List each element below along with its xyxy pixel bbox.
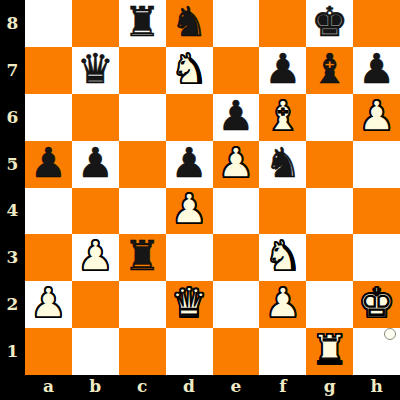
file-label-b: b: [72, 375, 119, 400]
square-g1[interactable]: ♜: [306, 328, 353, 375]
file-labels: abcdefgh: [25, 375, 400, 400]
square-a8[interactable]: [25, 0, 72, 47]
square-a1[interactable]: [25, 328, 72, 375]
square-e5[interactable]: ♟: [213, 141, 260, 188]
piece-wN-f3[interactable]: ♞: [264, 236, 301, 277]
square-h2[interactable]: ♚: [353, 281, 400, 328]
square-g2[interactable]: [306, 281, 353, 328]
square-c1[interactable]: [119, 328, 166, 375]
file-label-g: g: [306, 375, 353, 400]
square-b4[interactable]: [72, 188, 119, 235]
piece-bR-c3[interactable]: ♜: [124, 236, 161, 277]
rank-label-6: 6: [0, 94, 25, 141]
square-b3[interactable]: ♟: [72, 234, 119, 281]
square-a6[interactable]: [25, 94, 72, 141]
square-c8[interactable]: ♜: [119, 0, 166, 47]
square-e4[interactable]: [213, 188, 260, 235]
square-e6[interactable]: ♟: [213, 94, 260, 141]
square-a7[interactable]: [25, 47, 72, 94]
file-label-a: a: [25, 375, 72, 400]
file-label-d: d: [166, 375, 213, 400]
file-label-c: c: [119, 375, 166, 400]
square-d5[interactable]: ♟: [166, 141, 213, 188]
rank-label-2: 2: [0, 281, 25, 328]
square-d3[interactable]: [166, 234, 213, 281]
square-e1[interactable]: [213, 328, 260, 375]
square-g6[interactable]: [306, 94, 353, 141]
piece-wQ-d2[interactable]: ♛: [171, 283, 208, 324]
square-d4[interactable]: ♟: [166, 188, 213, 235]
square-a5[interactable]: ♟: [25, 141, 72, 188]
square-b7[interactable]: ♛: [72, 47, 119, 94]
square-d1[interactable]: [166, 328, 213, 375]
square-b6[interactable]: [72, 94, 119, 141]
square-f8[interactable]: [259, 0, 306, 47]
square-a2[interactable]: ♟: [25, 281, 72, 328]
square-f6[interactable]: ♝: [259, 94, 306, 141]
rank-label-1: 1: [0, 328, 25, 375]
square-a3[interactable]: [25, 234, 72, 281]
file-label-h: h: [353, 375, 400, 400]
square-f2[interactable]: ♟: [259, 281, 306, 328]
piece-bP-b5[interactable]: ♟: [77, 143, 114, 184]
piece-wN-d7[interactable]: ♞: [171, 49, 208, 90]
piece-bR-c8[interactable]: ♜: [124, 2, 161, 43]
piece-wK-h2[interactable]: ♚: [358, 283, 395, 324]
square-e8[interactable]: [213, 0, 260, 47]
piece-wR-g1[interactable]: ♜: [311, 330, 348, 371]
file-label-e: e: [213, 375, 260, 400]
square-c3[interactable]: ♜: [119, 234, 166, 281]
square-d7[interactable]: ♞: [166, 47, 213, 94]
square-g7[interactable]: ♝: [306, 47, 353, 94]
square-h5[interactable]: [353, 141, 400, 188]
square-g5[interactable]: [306, 141, 353, 188]
piece-wB-f6[interactable]: ♝: [264, 96, 301, 137]
square-g3[interactable]: [306, 234, 353, 281]
square-h8[interactable]: [353, 0, 400, 47]
piece-wP-h6[interactable]: ♟: [358, 96, 395, 137]
rank-labels: 87654321: [0, 0, 25, 375]
square-e2[interactable]: [213, 281, 260, 328]
piece-bN-f5[interactable]: ♞: [264, 143, 301, 184]
piece-bP-e6[interactable]: ♟: [218, 96, 255, 137]
square-b5[interactable]: ♟: [72, 141, 119, 188]
rank-label-3: 3: [0, 234, 25, 281]
piece-wP-b3[interactable]: ♟: [77, 236, 114, 277]
square-b1[interactable]: [72, 328, 119, 375]
rank-label-7: 7: [0, 47, 25, 94]
square-g4[interactable]: [306, 188, 353, 235]
piece-bP-a5[interactable]: ♟: [30, 143, 67, 184]
square-d8[interactable]: ♞: [166, 0, 213, 47]
piece-bK-g8[interactable]: ♚: [311, 2, 348, 43]
piece-wP-d4[interactable]: ♟: [171, 189, 208, 230]
square-c6[interactable]: [119, 94, 166, 141]
square-b8[interactable]: [72, 0, 119, 47]
square-d2[interactable]: ♛: [166, 281, 213, 328]
file-label-f: f: [259, 375, 306, 400]
square-f1[interactable]: [259, 328, 306, 375]
square-b2[interactable]: [72, 281, 119, 328]
chess-board-frame: 87654321 ♜♞♚♛♞♟♝♟♟♝♟♟♟♟♟♞♟♟♜♞♟♛♟♚♜ abcde…: [0, 0, 400, 400]
piece-wP-e5[interactable]: ♟: [218, 143, 255, 184]
square-f4[interactable]: [259, 188, 306, 235]
piece-bN-d8[interactable]: ♞: [171, 2, 208, 43]
square-e7[interactable]: [213, 47, 260, 94]
square-c7[interactable]: [119, 47, 166, 94]
piece-bP-d5[interactable]: ♟: [171, 143, 208, 184]
piece-bB-g7[interactable]: ♝: [311, 49, 348, 90]
rank-label-4: 4: [0, 188, 25, 235]
rank-label-5: 5: [0, 141, 25, 188]
rank-label-8: 8: [0, 0, 25, 47]
square-f3[interactable]: ♞: [259, 234, 306, 281]
square-h3[interactable]: [353, 234, 400, 281]
square-h6[interactable]: ♟: [353, 94, 400, 141]
piece-wP-f2[interactable]: ♟: [264, 283, 301, 324]
square-g8[interactable]: ♚: [306, 0, 353, 47]
square-f7[interactable]: ♟: [259, 47, 306, 94]
square-h7[interactable]: ♟: [353, 47, 400, 94]
square-f5[interactable]: ♞: [259, 141, 306, 188]
square-a4[interactable]: [25, 188, 72, 235]
piece-bP-h7[interactable]: ♟: [358, 49, 395, 90]
piece-wP-a2[interactable]: ♟: [30, 283, 67, 324]
white-to-move-indicator: [384, 328, 396, 340]
piece-bQ-b7[interactable]: ♛: [77, 49, 114, 90]
square-e3[interactable]: [213, 234, 260, 281]
square-c2[interactable]: [119, 281, 166, 328]
chess-board: ♜♞♚♛♞♟♝♟♟♝♟♟♟♟♟♞♟♟♜♞♟♛♟♚♜: [25, 0, 400, 375]
square-h4[interactable]: [353, 188, 400, 235]
square-d6[interactable]: [166, 94, 213, 141]
piece-bP-f7[interactable]: ♟: [264, 49, 301, 90]
square-c4[interactable]: [119, 188, 166, 235]
square-c5[interactable]: [119, 141, 166, 188]
